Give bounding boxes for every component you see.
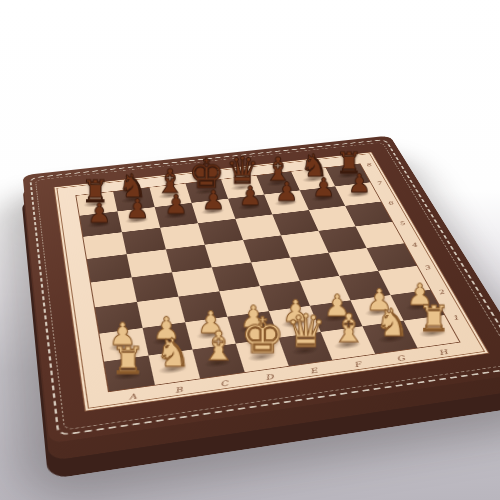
rank-label-7: 7 xyxy=(372,180,393,200)
square-a7[interactable] xyxy=(80,211,122,236)
square-f6[interactable] xyxy=(272,210,318,235)
piece-white-knight-b1[interactable]: ♞ xyxy=(151,333,196,373)
square-g6[interactable] xyxy=(309,206,356,231)
square-d7[interactable] xyxy=(192,199,236,224)
file-label-h: H xyxy=(420,346,466,359)
rank-label-4: 4 xyxy=(407,242,431,266)
square-h5[interactable] xyxy=(356,222,405,248)
square-h6[interactable] xyxy=(345,202,392,227)
file-label-d: D xyxy=(246,370,293,384)
square-g8[interactable] xyxy=(291,168,335,191)
square-f7[interactable] xyxy=(264,190,309,214)
file-label-e: E xyxy=(290,364,337,378)
piece-white-bishop-c1[interactable]: ♝ xyxy=(196,326,241,367)
rank-label-5: 5 xyxy=(395,220,418,243)
file-label-c: C xyxy=(201,377,248,391)
square-h7[interactable] xyxy=(335,182,381,206)
square-f8[interactable] xyxy=(256,172,300,195)
piece-white-rook-h1[interactable]: ♜ xyxy=(412,300,456,336)
square-b8[interactable] xyxy=(113,188,155,212)
square-c8[interactable] xyxy=(150,183,192,207)
file-label-a: A xyxy=(109,390,157,404)
square-g7[interactable] xyxy=(300,186,345,210)
square-e8[interactable] xyxy=(221,176,264,199)
square-e6[interactable] xyxy=(235,214,281,240)
file-label-g: G xyxy=(378,352,424,365)
square-h8[interactable] xyxy=(326,164,370,186)
chess-set-scene: ABCDEFGH12345678 ♜♞♝♚♛♝♞♜♟♟♟♟♟♟♟♟♟♟♟♟♟♟♟… xyxy=(23,135,500,443)
rank-label-6: 6 xyxy=(383,200,405,222)
piece-white-knight-g1[interactable]: ♞ xyxy=(370,304,414,342)
square-d6[interactable] xyxy=(198,219,243,245)
square-g5[interactable] xyxy=(318,226,366,252)
square-c7[interactable] xyxy=(155,203,198,228)
square-e5[interactable] xyxy=(243,235,290,262)
square-a6[interactable] xyxy=(83,232,126,259)
product-photo-canvas: ABCDEFGH12345678 ♜♞♝♚♛♝♞♜♟♟♟♟♟♟♟♟♟♟♟♟♟♟♟… xyxy=(0,0,500,500)
square-a8[interactable] xyxy=(76,192,117,216)
square-e7[interactable] xyxy=(228,195,272,219)
coordinate-labels: ABCDEFGH12345678 xyxy=(54,152,371,187)
piece-white-queen-e1[interactable]: ♛ xyxy=(284,309,328,355)
piece-white-bishop-f1[interactable]: ♝ xyxy=(327,309,371,349)
square-d8[interactable] xyxy=(185,180,228,203)
square-f5[interactable] xyxy=(281,231,329,258)
piece-white-rook-a1[interactable]: ♜ xyxy=(105,342,151,380)
file-label-f: F xyxy=(334,358,380,371)
square-b6[interactable] xyxy=(122,228,166,254)
piece-white-king-d1[interactable]: ♚ xyxy=(240,311,285,360)
rank-label-8: 8 xyxy=(362,162,383,181)
square-c6[interactable] xyxy=(160,223,205,249)
file-label-b: B xyxy=(155,383,202,397)
square-b7[interactable] xyxy=(117,207,160,232)
